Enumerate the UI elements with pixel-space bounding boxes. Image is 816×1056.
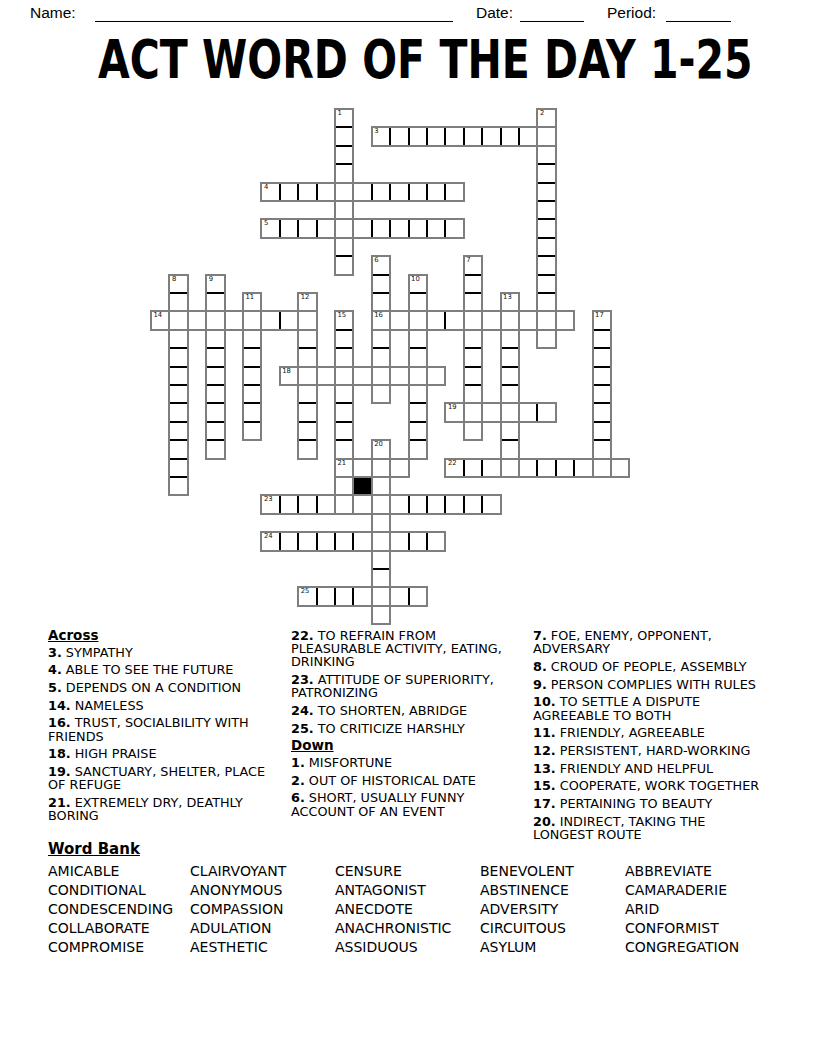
clue-item-text: FRIENDLY, AGREEABLE <box>556 725 705 740</box>
grid-cell[interactable] <box>593 459 611 477</box>
clue-number: 17 <box>595 312 604 319</box>
grid-cell[interactable] <box>427 311 445 329</box>
grid-cell[interactable] <box>464 495 482 513</box>
grid-cell[interactable] <box>335 495 353 513</box>
grid-cell[interactable] <box>409 385 427 403</box>
grid-cell[interactable] <box>169 311 187 329</box>
grid-cell[interactable] <box>335 348 353 366</box>
word-bank-word: CONGREGATION <box>625 938 778 957</box>
grid-cell[interactable] <box>593 330 611 348</box>
grid-cell[interactable] <box>372 330 390 348</box>
clue-item-a23: 23. ATTITUDE OF SUPERIORITY, PATRONIZING <box>291 673 535 699</box>
clue-item-text: DEPENDS ON A CONDITION <box>62 680 241 695</box>
clue-number: 10 <box>411 276 420 283</box>
grid-cell[interactable] <box>169 293 187 311</box>
grid-cell[interactable] <box>593 440 611 458</box>
grid-cell[interactable] <box>537 146 555 164</box>
clue-item-text: EXTREMELY DRY, DEATHLY BORING <box>48 795 243 823</box>
grid-cell[interactable] <box>372 514 390 532</box>
clue-item-number: 15. <box>533 778 556 793</box>
grid-cell[interactable] <box>243 367 261 385</box>
grid-cell[interactable] <box>464 422 482 440</box>
clue-number: 7 <box>466 257 470 264</box>
grid-cell[interactable] <box>169 459 187 477</box>
grid-cell[interactable]: 4 <box>261 183 279 201</box>
word-bank-word: CLAIRVOYANT <box>190 862 335 881</box>
grid-cell[interactable] <box>372 275 390 293</box>
crossword-grid: 3451416181921222324251267891011121315172… <box>151 109 629 624</box>
clue-number: 5 <box>264 220 268 227</box>
grid-cell[interactable] <box>335 201 353 219</box>
grid-cell[interactable] <box>298 385 316 403</box>
grid-cell[interactable]: 22 <box>445 459 463 477</box>
grid-cell[interactable] <box>390 367 408 385</box>
grid-cell[interactable] <box>280 532 298 550</box>
grid-cell[interactable] <box>335 256 353 274</box>
grid-cell[interactable]: 5 <box>261 219 279 237</box>
clue-item-text: PERSON COMPLIES WITH RULES <box>547 677 756 692</box>
word-bank-word: CAMARADERIE <box>625 881 778 900</box>
clue-item-a5: 5. DEPENDS ON A CONDITION <box>48 681 290 694</box>
clue-item-d10: 10. TO SETTLE A DISPUTE AGREEABLE TO BOT… <box>533 695 785 721</box>
grid-cell[interactable] <box>390 219 408 237</box>
clue-item-d15: 15. COOPERATE, WORK TOGETHER <box>533 779 785 792</box>
clue-item-text: MISFORTUNE <box>305 755 392 770</box>
clue-item-d1: 1. MISFORTUNE <box>291 756 535 769</box>
clue-item-text: CROUD OF PEOPLE, ASSEMBLY <box>547 659 747 674</box>
grid-cell[interactable]: 11 <box>243 293 261 311</box>
grid-cell[interactable] <box>280 219 298 237</box>
grid-cell[interactable] <box>409 293 427 311</box>
grid-cell[interactable] <box>593 422 611 440</box>
grid-cell[interactable] <box>372 587 390 605</box>
grid-cell[interactable] <box>317 183 335 201</box>
grid-cell[interactable] <box>537 219 555 237</box>
clue-number: 25 <box>301 588 310 595</box>
grid-cell[interactable] <box>353 459 371 477</box>
grid-cell[interactable] <box>409 587 427 605</box>
grid-cell[interactable] <box>593 385 611 403</box>
grid-cell[interactable] <box>243 422 261 440</box>
word-bank-word: CONFORMIST <box>625 919 778 938</box>
grid-cell[interactable] <box>445 183 463 201</box>
grid-cell[interactable] <box>206 311 224 329</box>
grid-cell[interactable] <box>243 330 261 348</box>
clue-item-a19: 19. SANCTUARY, SHELTER, PLACE OF REFUGE <box>48 765 290 791</box>
grid-cell[interactable]: 23 <box>261 495 279 513</box>
worksheet-page: Name: Date: Period: ACT WORD OF THE DAY … <box>0 0 816 1056</box>
grid-cell[interactable] <box>464 127 482 145</box>
clue-item-text: PERSISTENT, HARD-WORKING <box>556 743 751 758</box>
grid-cell[interactable] <box>556 459 574 477</box>
grid-cell[interactable] <box>537 201 555 219</box>
clue-item-number: 24. <box>291 703 314 718</box>
grid-cell[interactable] <box>519 459 537 477</box>
grid-cell[interactable] <box>372 183 390 201</box>
grid-cell[interactable] <box>298 330 316 348</box>
clue-number: 9 <box>209 276 213 283</box>
grid-cell[interactable] <box>335 330 353 348</box>
grid-cell[interactable] <box>335 477 353 495</box>
down-header: Down <box>291 739 535 753</box>
clue-item-number: 12. <box>533 743 556 758</box>
clue-item-number: 17. <box>533 796 556 811</box>
grid-cell[interactable] <box>501 403 519 421</box>
grid-cell[interactable] <box>206 293 224 311</box>
grid-cell[interactable] <box>372 348 390 366</box>
black-cell <box>353 477 371 495</box>
grid-cell[interactable] <box>280 311 298 329</box>
grid-cell[interactable] <box>298 422 316 440</box>
grid-cell[interactable] <box>353 587 371 605</box>
grid-cell[interactable] <box>335 146 353 164</box>
grid-cell[interactable]: 24 <box>261 532 279 550</box>
grid-cell[interactable] <box>298 367 316 385</box>
clue-item-text: SANCTUARY, SHELTER, PLACE OF REFUGE <box>48 764 265 792</box>
clue-item-d6: 6. SHORT, USUALLY FUNNY ACCOUNT OF AN EV… <box>291 791 535 817</box>
grid-cell[interactable] <box>445 219 463 237</box>
grid-cell[interactable] <box>206 367 224 385</box>
clue-number: 8 <box>172 276 176 283</box>
grid-cell[interactable] <box>280 183 298 201</box>
grid-cell[interactable] <box>188 311 206 329</box>
grid-cell[interactable] <box>537 403 555 421</box>
clue-item-number: 2. <box>291 773 305 788</box>
grid-cell[interactable] <box>372 551 390 569</box>
grid-cell[interactable] <box>206 385 224 403</box>
grid-cell[interactable] <box>169 385 187 403</box>
word-bank-word: COMPASSION <box>190 900 335 919</box>
clue-number: 3 <box>374 128 378 135</box>
clue-number: 6 <box>374 257 378 264</box>
grid-cell[interactable] <box>317 495 335 513</box>
grid-cell[interactable] <box>206 440 224 458</box>
grid-cell[interactable] <box>501 330 519 348</box>
grid-cell[interactable] <box>243 385 261 403</box>
grid-cell[interactable] <box>519 127 537 145</box>
grid-cell[interactable] <box>409 422 427 440</box>
grid-cell[interactable]: 9 <box>206 275 224 293</box>
grid-cell[interactable] <box>335 127 353 145</box>
clue-item-a24: 24. TO SHORTEN, ABRIDGE <box>291 704 535 717</box>
name-blank-line <box>95 21 453 22</box>
clue-item-d11: 11. FRIENDLY, AGREEABLE <box>533 726 785 739</box>
grid-cell[interactable] <box>501 459 519 477</box>
grid-cell[interactable] <box>169 330 187 348</box>
grid-cell[interactable] <box>335 238 353 256</box>
grid-cell[interactable]: 8 <box>169 275 187 293</box>
grid-cell[interactable] <box>335 532 353 550</box>
clue-item-number: 18. <box>48 746 71 761</box>
word-bank-word: ASYLUM <box>480 938 625 957</box>
clue-item-text: TO CRITICIZE HARSHLY <box>314 721 465 736</box>
grid-cell[interactable] <box>390 495 408 513</box>
grid-cell[interactable] <box>501 127 519 145</box>
grid-cell[interactable] <box>353 532 371 550</box>
grid-cell[interactable] <box>390 459 408 477</box>
clue-number: 22 <box>448 460 457 467</box>
grid-cell[interactable] <box>445 311 463 329</box>
grid-cell[interactable] <box>482 127 500 145</box>
grid-cell[interactable] <box>482 311 500 329</box>
word-bank-word: AMICABLE <box>48 862 190 881</box>
grid-cell[interactable] <box>335 385 353 403</box>
grid-cell[interactable] <box>593 348 611 366</box>
grid-cell[interactable] <box>537 127 555 145</box>
grid-cell[interactable] <box>409 348 427 366</box>
grid-cell[interactable] <box>537 275 555 293</box>
grid-cell[interactable] <box>409 532 427 550</box>
grid-cell[interactable]: 15 <box>335 311 353 329</box>
grid-cell[interactable] <box>537 293 555 311</box>
grid-cell[interactable] <box>372 459 390 477</box>
grid-cell[interactable] <box>335 403 353 421</box>
grid-cell[interactable] <box>298 532 316 550</box>
grid-cell[interactable] <box>372 495 390 513</box>
grid-cell[interactable] <box>353 219 371 237</box>
grid-cell[interactable] <box>298 440 316 458</box>
clue-number: 24 <box>264 533 273 540</box>
grid-cell[interactable] <box>409 367 427 385</box>
clue-item-number: 8. <box>533 659 547 674</box>
grid-cell[interactable] <box>593 367 611 385</box>
grid-cell[interactable] <box>409 127 427 145</box>
grid-cell[interactable] <box>537 238 555 256</box>
grid-cell[interactable]: 1 <box>335 109 353 127</box>
grid-cell[interactable] <box>427 532 445 550</box>
grid-cell[interactable] <box>243 403 261 421</box>
grid-cell[interactable] <box>445 495 463 513</box>
grid-cell[interactable] <box>372 385 390 403</box>
across-header: Across <box>48 629 290 643</box>
grid-cell[interactable] <box>409 495 427 513</box>
word-bank-list: AMICABLECLAIRVOYANTCENSUREBENEVOLENTABBR… <box>48 862 778 957</box>
across-clues-column: Across 3. SYMPATHY4. ABLE TO SEE THE FUT… <box>48 629 290 827</box>
grid-cell[interactable] <box>464 367 482 385</box>
clue-item-text: ATTITUDE OF SUPERIORITY, PATRONIZING <box>291 672 494 700</box>
grid-cell[interactable] <box>390 532 408 550</box>
grid-cell[interactable]: 16 <box>372 311 390 329</box>
grid-cell[interactable] <box>243 348 261 366</box>
clue-item-number: 25. <box>291 721 314 736</box>
grid-cell[interactable] <box>169 440 187 458</box>
grid-cell[interactable] <box>353 183 371 201</box>
grid-cell[interactable] <box>317 532 335 550</box>
clue-item-d2: 2. OUT OF HISTORICAL DATE <box>291 774 535 787</box>
grid-cell[interactable] <box>501 348 519 366</box>
grid-cell[interactable] <box>501 422 519 440</box>
grid-cell[interactable] <box>390 183 408 201</box>
word-bank-word: AESTHETIC <box>190 938 335 957</box>
grid-cell[interactable] <box>409 330 427 348</box>
clue-number: 14 <box>154 312 163 319</box>
grid-cell[interactable] <box>317 219 335 237</box>
grid-cell[interactable] <box>298 403 316 421</box>
grid-cell[interactable] <box>335 367 353 385</box>
grid-cell[interactable] <box>464 275 482 293</box>
grid-cell[interactable] <box>372 477 390 495</box>
middle-clues-column: 22. TO REFRAIN FROM PLEASURABLE ACTIVITY… <box>291 629 535 822</box>
grid-cell[interactable] <box>409 219 427 237</box>
clue-item-number: 5. <box>48 680 62 695</box>
grid-cell[interactable] <box>464 330 482 348</box>
grid-cell[interactable] <box>169 348 187 366</box>
word-bank-word: ARID <box>625 900 778 919</box>
grid-cell[interactable] <box>501 385 519 403</box>
grid-cell[interactable] <box>556 311 574 329</box>
clue-item-d20: 20. INDIRECT, TAKING THE LONGEST ROUTE <box>533 815 785 841</box>
clue-number: 2 <box>540 110 544 117</box>
grid-cell[interactable] <box>537 183 555 201</box>
grid-cell[interactable] <box>317 367 335 385</box>
word-bank-word: ASSIDUOUS <box>335 938 480 957</box>
date-label: Date: <box>476 4 513 22</box>
grid-cell[interactable] <box>206 330 224 348</box>
grid-cell[interactable]: 21 <box>335 459 353 477</box>
word-bank-word: ANECDOTE <box>335 900 480 919</box>
grid-cell[interactable] <box>298 348 316 366</box>
grid-cell[interactable] <box>372 219 390 237</box>
grid-cell[interactable] <box>335 183 353 201</box>
grid-cell[interactable] <box>537 459 555 477</box>
grid-cell[interactable]: 13 <box>501 293 519 311</box>
grid-cell[interactable]: 12 <box>298 293 316 311</box>
clue-item-text: TO SHORTEN, ABRIDGE <box>314 703 467 718</box>
grid-cell[interactable] <box>390 311 408 329</box>
grid-cell[interactable]: 25 <box>298 587 316 605</box>
grid-cell[interactable] <box>501 311 519 329</box>
page-title: ACT WORD OF THE DAY 1-25 <box>98 30 718 89</box>
grid-cell[interactable] <box>537 311 555 329</box>
grid-cell[interactable] <box>298 311 316 329</box>
grid-cell[interactable] <box>298 495 316 513</box>
grid-cell[interactable] <box>574 459 592 477</box>
clue-item-d8: 8. CROUD OF PEOPLE, ASSEMBLY <box>533 660 785 673</box>
clue-number: 1 <box>338 110 342 117</box>
grid-cell[interactable] <box>519 311 537 329</box>
grid-cell[interactable] <box>390 127 408 145</box>
grid-cell[interactable] <box>427 183 445 201</box>
grid-cell[interactable] <box>390 587 408 605</box>
grid-cell[interactable]: 17 <box>593 311 611 329</box>
grid-cell[interactable] <box>464 403 482 421</box>
clue-item-text: TRUST, SOCIALBILITY WITH FRIENDS <box>48 715 249 743</box>
grid-cell[interactable] <box>335 422 353 440</box>
period-blank-line <box>666 21 731 22</box>
grid-cell[interactable]: 3 <box>372 127 390 145</box>
grid-cell[interactable] <box>169 422 187 440</box>
grid-cell[interactable] <box>317 587 335 605</box>
grid-cell[interactable] <box>372 606 390 624</box>
clue-item-text: SYMPATHY <box>62 645 133 660</box>
grid-cell[interactable]: 2 <box>537 109 555 127</box>
word-bank-word: BENEVOLENT <box>480 862 625 881</box>
grid-cell[interactable] <box>225 311 243 329</box>
grid-cell[interactable] <box>482 495 500 513</box>
grid-cell[interactable] <box>409 183 427 201</box>
grid-cell[interactable] <box>298 219 316 237</box>
grid-cell[interactable]: 14 <box>151 311 169 329</box>
grid-cell[interactable] <box>335 164 353 182</box>
grid-cell[interactable] <box>464 293 482 311</box>
grid-cell[interactable] <box>206 348 224 366</box>
grid-cell[interactable] <box>427 367 445 385</box>
grid-cell[interactable] <box>335 587 353 605</box>
grid-cell[interactable] <box>298 183 316 201</box>
word-bank-word: CENSURE <box>335 862 480 881</box>
grid-cell[interactable] <box>537 330 555 348</box>
grid-cell[interactable] <box>169 403 187 421</box>
grid-cell[interactable] <box>169 477 187 495</box>
grid-cell[interactable] <box>353 367 371 385</box>
grid-cell[interactable] <box>519 403 537 421</box>
clue-item-d7: 7. FOE, ENEMY, OPPONENT, ADVERSARY <box>533 629 785 655</box>
grid-cell[interactable] <box>501 440 519 458</box>
grid-cell[interactable] <box>611 459 629 477</box>
grid-cell[interactable] <box>427 495 445 513</box>
grid-cell[interactable] <box>372 293 390 311</box>
grid-cell[interactable] <box>280 495 298 513</box>
grid-cell[interactable] <box>261 311 279 329</box>
grid-cell[interactable] <box>593 403 611 421</box>
grid-cell[interactable]: 18 <box>280 367 298 385</box>
grid-cell[interactable] <box>409 440 427 458</box>
grid-cell[interactable] <box>427 219 445 237</box>
word-bank-word: ADVERSITY <box>480 900 625 919</box>
grid-cell[interactable] <box>335 440 353 458</box>
grid-cell[interactable] <box>335 219 353 237</box>
grid-cell[interactable]: 20 <box>372 440 390 458</box>
grid-cell[interactable] <box>482 403 500 421</box>
grid-cell[interactable] <box>372 532 390 550</box>
grid-cell[interactable]: 7 <box>464 256 482 274</box>
clue-number: 12 <box>301 294 310 301</box>
grid-cell[interactable] <box>445 127 463 145</box>
grid-cell[interactable] <box>409 403 427 421</box>
grid-cell[interactable] <box>482 459 500 477</box>
word-bank-word: CONDESCENDING <box>48 900 190 919</box>
grid-cell[interactable]: 10 <box>409 275 427 293</box>
word-bank-word: CONDITIONAL <box>48 881 190 900</box>
grid-cell[interactable] <box>243 311 261 329</box>
grid-cell[interactable] <box>464 348 482 366</box>
grid-cell[interactable] <box>537 256 555 274</box>
grid-cell[interactable]: 19 <box>445 403 463 421</box>
grid-cell[interactable] <box>537 164 555 182</box>
grid-cell[interactable] <box>464 459 482 477</box>
grid-cell[interactable] <box>206 422 224 440</box>
clue-number: 4 <box>264 184 268 191</box>
clue-item-text: NAMELESS <box>71 698 144 713</box>
word-bank-word: COMPROMISE <box>48 938 190 957</box>
grid-cell[interactable] <box>464 311 482 329</box>
grid-cell[interactable] <box>372 569 390 587</box>
grid-cell[interactable] <box>169 367 187 385</box>
word-bank-word: ADULATION <box>190 919 335 938</box>
grid-cell[interactable] <box>372 367 390 385</box>
grid-cell[interactable] <box>353 495 371 513</box>
clue-item-text: PERTAINING TO BEAUTY <box>556 796 713 811</box>
clue-item-a16: 16. TRUST, SOCIALBILITY WITH FRIENDS <box>48 716 290 742</box>
clue-number: 19 <box>448 404 457 411</box>
grid-cell[interactable] <box>409 311 427 329</box>
grid-cell[interactable] <box>501 367 519 385</box>
grid-cell[interactable] <box>427 127 445 145</box>
grid-cell[interactable] <box>464 385 482 403</box>
grid-cell[interactable]: 6 <box>372 256 390 274</box>
grid-cell[interactable] <box>206 403 224 421</box>
clue-item-text: OUT OF HISTORICAL DATE <box>305 773 476 788</box>
